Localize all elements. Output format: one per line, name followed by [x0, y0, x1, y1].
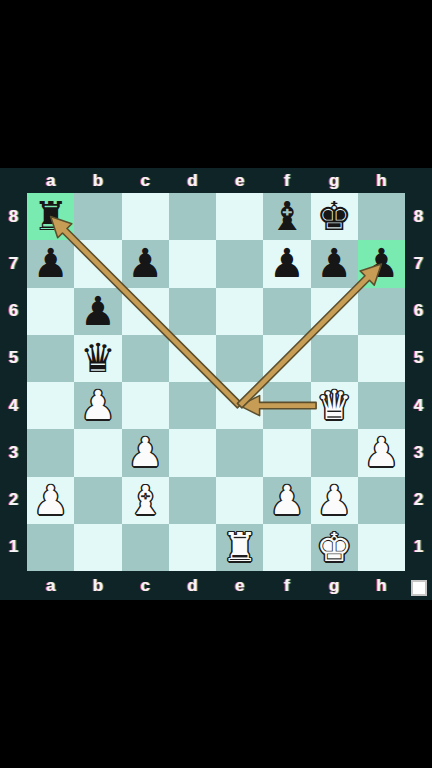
square-b5[interactable]: ♛ [74, 335, 121, 382]
square-e5[interactable] [216, 335, 263, 382]
rank-label-7: 7 [0, 240, 27, 287]
white-rook[interactable]: ♜ [222, 524, 258, 571]
white-queen[interactable]: ♛ [316, 382, 352, 429]
rank-label-1: 1 [405, 524, 432, 571]
file-label-b: b [74, 168, 121, 193]
white-bishop[interactable]: ♝ [127, 477, 163, 524]
rank-label-1: 1 [0, 524, 27, 571]
white-pawn[interactable]: ♟ [363, 429, 399, 476]
rank-label-8: 8 [405, 193, 432, 240]
file-label-g: g [311, 168, 358, 193]
black-pawn[interactable]: ♟ [269, 240, 305, 287]
square-g8[interactable]: ♚ [311, 193, 358, 240]
square-f2[interactable]: ♟ [263, 477, 310, 524]
square-b3[interactable] [74, 429, 121, 476]
black-rook[interactable]: ♜ [33, 193, 69, 240]
rank-label-4: 4 [0, 382, 27, 429]
rank-label-8: 8 [0, 193, 27, 240]
rank-label-5: 5 [0, 335, 27, 382]
white-king[interactable]: ♚ [316, 524, 352, 571]
rank-labels-right: 87654321 [405, 193, 432, 571]
rank-label-2: 2 [405, 477, 432, 524]
square-f8[interactable]: ♝ [263, 193, 310, 240]
square-d7[interactable] [169, 240, 216, 287]
square-c3[interactable]: ♟ [122, 429, 169, 476]
square-h4[interactable] [358, 382, 405, 429]
square-d3[interactable] [169, 429, 216, 476]
file-label-d: d [169, 571, 216, 600]
white-pawn[interactable]: ♟ [80, 382, 116, 429]
file-label-e: e [216, 168, 263, 193]
square-h3[interactable]: ♟ [358, 429, 405, 476]
square-h8[interactable] [358, 193, 405, 240]
file-label-d: d [169, 168, 216, 193]
square-e7[interactable] [216, 240, 263, 287]
square-d8[interactable] [169, 193, 216, 240]
square-c5[interactable] [122, 335, 169, 382]
black-pawn[interactable]: ♟ [316, 240, 352, 287]
square-a5[interactable] [27, 335, 74, 382]
file-label-b: b [74, 571, 121, 600]
file-label-c: c [122, 168, 169, 193]
square-f1[interactable] [263, 524, 310, 571]
white-pawn[interactable]: ♟ [316, 477, 352, 524]
square-f4[interactable] [263, 382, 310, 429]
side-to-move-indicator [411, 580, 427, 596]
square-h5[interactable] [358, 335, 405, 382]
square-e2[interactable] [216, 477, 263, 524]
square-a2[interactable]: ♟ [27, 477, 74, 524]
square-f5[interactable] [263, 335, 310, 382]
square-g7[interactable]: ♟ [311, 240, 358, 287]
square-f7[interactable]: ♟ [263, 240, 310, 287]
square-c7[interactable]: ♟ [122, 240, 169, 287]
square-b6[interactable]: ♟ [74, 288, 121, 335]
square-b8[interactable] [74, 193, 121, 240]
rank-labels-left: 87654321 [0, 193, 27, 571]
board-grid[interactable]: ♜♝♚♟♟♟♟♟♟♛♟♛♟♟♟♝♟♟♜♚ [27, 193, 405, 571]
square-c2[interactable]: ♝ [122, 477, 169, 524]
square-d1[interactable] [169, 524, 216, 571]
square-c8[interactable] [122, 193, 169, 240]
square-c4[interactable] [122, 382, 169, 429]
square-g2[interactable]: ♟ [311, 477, 358, 524]
white-pawn[interactable]: ♟ [33, 477, 69, 524]
square-a1[interactable] [27, 524, 74, 571]
square-c6[interactable] [122, 288, 169, 335]
square-h1[interactable] [358, 524, 405, 571]
file-label-g: g [311, 571, 358, 600]
black-king[interactable]: ♚ [316, 193, 352, 240]
square-e4[interactable] [216, 382, 263, 429]
square-d6[interactable] [169, 288, 216, 335]
white-pawn[interactable]: ♟ [127, 429, 163, 476]
black-pawn[interactable]: ♟ [80, 288, 116, 335]
square-g3[interactable] [311, 429, 358, 476]
file-label-h: h [358, 168, 405, 193]
rank-label-6: 6 [405, 288, 432, 335]
black-bishop[interactable]: ♝ [269, 193, 305, 240]
white-pawn[interactable]: ♟ [269, 477, 305, 524]
file-labels-top: abcdefgh [27, 168, 405, 193]
square-g5[interactable] [311, 335, 358, 382]
square-g6[interactable] [311, 288, 358, 335]
square-a7[interactable]: ♟ [27, 240, 74, 287]
black-pawn[interactable]: ♟ [127, 240, 163, 287]
screen: abcdefgh 87654321 ♜♝♚♟♟♟♟♟♟♛♟♛♟♟♟♝♟♟♜♚ 8… [0, 0, 432, 768]
square-b7[interactable] [74, 240, 121, 287]
file-label-h: h [358, 571, 405, 600]
square-g1[interactable]: ♚ [311, 524, 358, 571]
square-d4[interactable] [169, 382, 216, 429]
rank-label-2: 2 [0, 477, 27, 524]
square-a8[interactable]: ♜ [27, 193, 74, 240]
square-h2[interactable] [358, 477, 405, 524]
square-f6[interactable] [263, 288, 310, 335]
square-e8[interactable] [216, 193, 263, 240]
black-pawn[interactable]: ♟ [33, 240, 69, 287]
square-b1[interactable] [74, 524, 121, 571]
square-d5[interactable] [169, 335, 216, 382]
square-a6[interactable] [27, 288, 74, 335]
file-label-e: e [216, 571, 263, 600]
file-label-c: c [122, 571, 169, 600]
rank-label-3: 3 [0, 429, 27, 476]
file-label-f: f [263, 168, 310, 193]
square-a4[interactable] [27, 382, 74, 429]
square-f3[interactable] [263, 429, 310, 476]
square-d2[interactable] [169, 477, 216, 524]
square-h6[interactable] [358, 288, 405, 335]
rank-label-6: 6 [0, 288, 27, 335]
file-label-a: a [27, 571, 74, 600]
square-h7[interactable]: ♟ [358, 240, 405, 287]
square-e3[interactable] [216, 429, 263, 476]
rank-label-3: 3 [405, 429, 432, 476]
rank-label-4: 4 [405, 382, 432, 429]
file-labels-bottom: abcdefgh [27, 571, 405, 600]
black-queen[interactable]: ♛ [80, 335, 116, 382]
square-b4[interactable]: ♟ [74, 382, 121, 429]
square-c1[interactable] [122, 524, 169, 571]
file-label-a: a [27, 168, 74, 193]
square-e6[interactable] [216, 288, 263, 335]
rank-label-5: 5 [405, 335, 432, 382]
square-e1[interactable]: ♜ [216, 524, 263, 571]
square-a3[interactable] [27, 429, 74, 476]
square-g4[interactable]: ♛ [311, 382, 358, 429]
black-pawn[interactable]: ♟ [363, 240, 399, 287]
rank-label-7: 7 [405, 240, 432, 287]
chess-board-widget: abcdefgh 87654321 ♜♝♚♟♟♟♟♟♟♛♟♛♟♟♟♝♟♟♜♚ 8… [0, 168, 432, 600]
square-b2[interactable] [74, 477, 121, 524]
file-label-f: f [263, 571, 310, 600]
